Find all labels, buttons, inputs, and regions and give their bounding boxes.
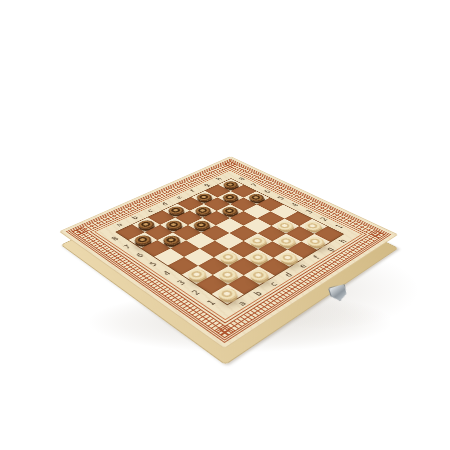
product-photo-scene: abcdefgh abcdefgh 87654321 87654321 — [0, 0, 450, 450]
